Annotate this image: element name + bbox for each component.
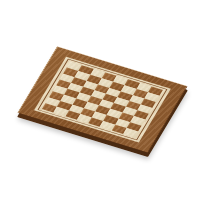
product-photo: [0, 0, 200, 200]
chess-board: [17, 46, 188, 153]
